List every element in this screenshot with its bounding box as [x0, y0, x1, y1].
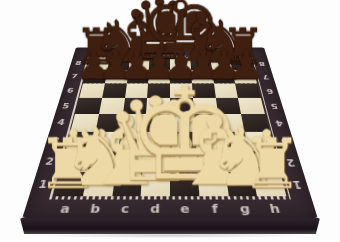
file-label: c: [109, 200, 141, 219]
file-label: b: [110, 47, 131, 55]
rank-label: 6: [260, 83, 280, 98]
file-label: a: [48, 200, 82, 219]
chess-set-photo: abcdefgh abcdefgh 87654321 87654321 ♜♞♝♛…: [0, 0, 340, 242]
board-front-edge: [20, 218, 320, 234]
file-label: b: [78, 200, 111, 219]
file-label: d: [150, 47, 170, 55]
chessboard: abcdefgh abcdefgh 87654321 87654321 ♜♞♝♛…: [22, 47, 318, 218]
file-labels-top: abcdefgh: [90, 47, 250, 55]
file-label: e: [170, 47, 190, 55]
file-labels-bottom: abcdefgh: [48, 200, 292, 219]
file-label: f: [189, 47, 209, 55]
file-label: c: [130, 47, 150, 55]
white-rook[interactable]: ♜: [241, 130, 303, 199]
file-label: g: [209, 47, 230, 55]
square-h1[interactable]: ♜: [253, 172, 287, 196]
file-label: h: [228, 47, 250, 55]
file-label: g: [229, 200, 262, 219]
rank-label: 7: [256, 70, 275, 84]
squares-grid: ♜♞♝♛♚♝♞♜♟♟♟♟♟♟♟♟♟♟♟♟♟♟♟♟♜♞♝♛♚♝♞♜: [54, 57, 287, 196]
file-label: h: [258, 200, 292, 219]
rank-label: 8: [253, 57, 271, 69]
file-label: f: [199, 200, 231, 219]
file-label: e: [170, 200, 201, 219]
board-shadow: [30, 233, 310, 238]
rope-border-strip: ♜♞♝♛♚♝♞♜♟♟♟♟♟♟♟♟♟♟♟♟♟♟♟♟♜♞♝♛♚♝♞♜: [49, 56, 291, 200]
file-label: a: [90, 47, 112, 55]
file-label: d: [139, 200, 170, 219]
